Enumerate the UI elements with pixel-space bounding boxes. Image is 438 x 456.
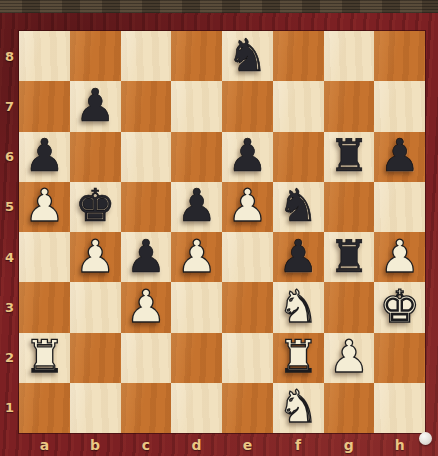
piece-white-knight[interactable]: ♞ xyxy=(278,284,318,329)
square-h3[interactable]: ♚ xyxy=(374,282,425,332)
piece-white-king[interactable]: ♚ xyxy=(379,284,419,329)
file-label-h: h xyxy=(374,433,425,456)
square-g4[interactable]: ♜ xyxy=(324,232,375,282)
square-c4[interactable]: ♟ xyxy=(121,232,172,282)
square-a2[interactable]: ♜ xyxy=(19,333,70,383)
square-c5[interactable] xyxy=(121,182,172,232)
piece-white-pawn[interactable]: ♟ xyxy=(24,183,64,228)
square-g5[interactable] xyxy=(324,182,375,232)
piece-white-rook[interactable]: ♜ xyxy=(278,334,318,379)
square-d7[interactable] xyxy=(171,81,222,131)
square-d2[interactable] xyxy=(171,333,222,383)
square-b4[interactable]: ♟ xyxy=(70,232,121,282)
square-b6[interactable] xyxy=(70,132,121,182)
piece-black-knight[interactable]: ♞ xyxy=(278,183,318,228)
square-a3[interactable] xyxy=(19,282,70,332)
square-h6[interactable]: ♟ xyxy=(374,132,425,182)
file-label-g: g xyxy=(324,433,375,456)
square-b2[interactable] xyxy=(70,333,121,383)
square-f4[interactable]: ♟ xyxy=(273,232,324,282)
square-d3[interactable] xyxy=(171,282,222,332)
rank-label-1: 1 xyxy=(0,383,19,433)
square-b8[interactable] xyxy=(70,31,121,81)
square-g1[interactable] xyxy=(324,383,375,433)
piece-black-pawn[interactable]: ♟ xyxy=(24,133,64,178)
square-d6[interactable] xyxy=(171,132,222,182)
rank-labels: 87654321 xyxy=(0,31,19,433)
square-g8[interactable] xyxy=(324,31,375,81)
piece-white-knight[interactable]: ♞ xyxy=(278,384,318,429)
piece-black-knight[interactable]: ♞ xyxy=(227,33,267,78)
square-a1[interactable] xyxy=(19,383,70,433)
square-a8[interactable] xyxy=(19,31,70,81)
file-label-c: c xyxy=(121,433,172,456)
square-c7[interactable] xyxy=(121,81,172,131)
square-a7[interactable] xyxy=(19,81,70,131)
chess-app-window: ♞♟♟♟♜♟♟♚♟♟♞♟♟♟♟♜♟♟♞♚♜♜♟♞ 87654321 abcdef… xyxy=(0,0,438,456)
square-g7[interactable] xyxy=(324,81,375,131)
piece-black-pawn[interactable]: ♟ xyxy=(278,234,318,279)
piece-white-pawn[interactable]: ♟ xyxy=(126,284,166,329)
piece-black-pawn[interactable]: ♟ xyxy=(176,183,216,228)
square-a6[interactable]: ♟ xyxy=(19,132,70,182)
piece-black-pawn[interactable]: ♟ xyxy=(75,83,115,128)
square-f1[interactable]: ♞ xyxy=(273,383,324,433)
piece-white-pawn[interactable]: ♟ xyxy=(379,234,419,279)
square-f2[interactable]: ♜ xyxy=(273,333,324,383)
file-label-e: e xyxy=(222,433,273,456)
piece-white-pawn[interactable]: ♟ xyxy=(227,183,267,228)
square-g3[interactable] xyxy=(324,282,375,332)
square-c8[interactable] xyxy=(121,31,172,81)
square-h5[interactable] xyxy=(374,182,425,232)
square-d5[interactable]: ♟ xyxy=(171,182,222,232)
square-h1[interactable] xyxy=(374,383,425,433)
rank-label-7: 7 xyxy=(0,81,19,131)
square-g2[interactable]: ♟ xyxy=(324,333,375,383)
square-h2[interactable] xyxy=(374,333,425,383)
square-b5[interactable]: ♚ xyxy=(70,182,121,232)
square-e6[interactable]: ♟ xyxy=(222,132,273,182)
file-label-d: d xyxy=(171,433,222,456)
square-c2[interactable] xyxy=(121,333,172,383)
square-h4[interactable]: ♟ xyxy=(374,232,425,282)
square-b3[interactable] xyxy=(70,282,121,332)
square-d8[interactable] xyxy=(171,31,222,81)
square-e3[interactable] xyxy=(222,282,273,332)
white-to-move-indicator xyxy=(419,432,432,445)
rank-label-2: 2 xyxy=(0,333,19,383)
square-f3[interactable]: ♞ xyxy=(273,282,324,332)
rank-label-6: 6 xyxy=(0,132,19,182)
file-label-b: b xyxy=(70,433,121,456)
square-d4[interactable]: ♟ xyxy=(171,232,222,282)
square-f8[interactable] xyxy=(273,31,324,81)
square-e7[interactable] xyxy=(222,81,273,131)
square-b7[interactable]: ♟ xyxy=(70,81,121,131)
rank-label-4: 4 xyxy=(0,232,19,282)
piece-white-rook[interactable]: ♜ xyxy=(24,334,64,379)
piece-white-pawn[interactable]: ♟ xyxy=(329,334,369,379)
piece-black-king[interactable]: ♚ xyxy=(75,183,115,228)
piece-black-rook[interactable]: ♜ xyxy=(329,234,369,279)
chessboard: ♞♟♟♟♜♟♟♚♟♟♞♟♟♟♟♜♟♟♞♚♜♜♟♞ xyxy=(19,31,425,433)
square-h7[interactable] xyxy=(374,81,425,131)
square-e5[interactable]: ♟ xyxy=(222,182,273,232)
square-c6[interactable] xyxy=(121,132,172,182)
square-g6[interactable]: ♜ xyxy=(324,132,375,182)
piece-black-pawn[interactable]: ♟ xyxy=(379,133,419,178)
square-d1[interactable] xyxy=(171,383,222,433)
square-f7[interactable] xyxy=(273,81,324,131)
square-h8[interactable] xyxy=(374,31,425,81)
rank-label-3: 3 xyxy=(0,282,19,332)
square-f6[interactable] xyxy=(273,132,324,182)
square-a5[interactable]: ♟ xyxy=(19,182,70,232)
piece-white-pawn[interactable]: ♟ xyxy=(176,234,216,279)
square-e1[interactable] xyxy=(222,383,273,433)
piece-black-pawn[interactable]: ♟ xyxy=(126,234,166,279)
piece-black-pawn[interactable]: ♟ xyxy=(227,133,267,178)
file-label-a: a xyxy=(19,433,70,456)
square-e4[interactable] xyxy=(222,232,273,282)
square-a4[interactable] xyxy=(19,232,70,282)
file-labels: abcdefgh xyxy=(19,433,425,456)
square-c1[interactable] xyxy=(121,383,172,433)
square-e2[interactable] xyxy=(222,333,273,383)
square-f5[interactable]: ♞ xyxy=(273,182,324,232)
rank-label-8: 8 xyxy=(0,31,19,81)
piece-white-pawn[interactable]: ♟ xyxy=(75,234,115,279)
rank-label-5: 5 xyxy=(0,182,19,232)
square-c3[interactable]: ♟ xyxy=(121,282,172,332)
square-b1[interactable] xyxy=(70,383,121,433)
square-e8[interactable]: ♞ xyxy=(222,31,273,81)
piece-black-rook[interactable]: ♜ xyxy=(329,133,369,178)
file-label-f: f xyxy=(273,433,324,456)
background-wood-strip xyxy=(0,0,438,13)
